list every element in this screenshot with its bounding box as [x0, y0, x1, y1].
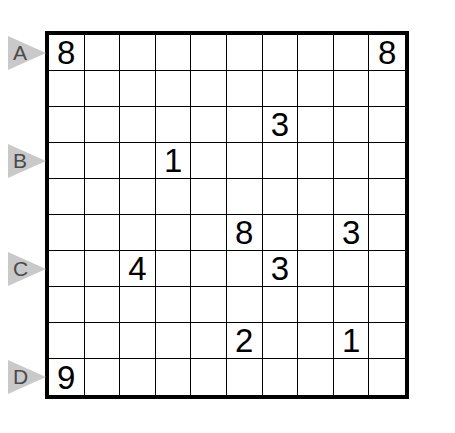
grid-cell-r3c6[interactable] [227, 107, 263, 143]
grid-cell-r6c7[interactable] [263, 215, 299, 251]
grid-cell-r10c6[interactable] [227, 359, 263, 395]
puzzle-page: 88318343219 ABCD [0, 0, 455, 433]
grid-cell-r8c9[interactable] [334, 287, 370, 323]
grid-cell-r1c3[interactable] [120, 35, 156, 71]
grid-cell-r8c5[interactable] [191, 287, 227, 323]
grid-cell-r1c9[interactable] [334, 35, 370, 71]
grid-cell-r8c7[interactable] [263, 287, 299, 323]
grid-cell-r7c5[interactable] [191, 251, 227, 287]
grid-cell-r8c2[interactable] [85, 287, 121, 323]
clue-cell-r3c7: 3 [263, 107, 299, 143]
clue-cell-r7c3: 4 [120, 251, 156, 287]
grid-cell-r7c4[interactable] [156, 251, 192, 287]
grid-cell-r1c4[interactable] [156, 35, 192, 71]
grid-cell-r5c2[interactable] [85, 179, 121, 215]
grid-cell-r4c8[interactable] [298, 143, 334, 179]
grid-cell-r8c1[interactable] [49, 287, 85, 323]
grid-cell-r8c8[interactable] [298, 287, 334, 323]
grid-cell-r6c5[interactable] [191, 215, 227, 251]
grid-cell-r6c1[interactable] [49, 215, 85, 251]
grid-cell-r5c9[interactable] [334, 179, 370, 215]
puzzle-board: 88318343219 [45, 31, 409, 399]
grid-cell-r9c10[interactable] [369, 323, 405, 359]
grid-cell-r5c1[interactable] [49, 179, 85, 215]
grid-cell-r2c10[interactable] [369, 71, 405, 107]
grid-cell-r1c7[interactable] [263, 35, 299, 71]
grid-cell-r2c6[interactable] [227, 71, 263, 107]
grid-cell-r3c5[interactable] [191, 107, 227, 143]
grid-cell-r5c7[interactable] [263, 179, 299, 215]
grid-cell-r3c2[interactable] [85, 107, 121, 143]
row-marker-label: D [13, 365, 28, 389]
row-marker-A: A [8, 36, 46, 70]
grid-cell-r3c9[interactable] [334, 107, 370, 143]
grid-cell-r2c2[interactable] [85, 71, 121, 107]
row-marker-label: B [13, 149, 27, 173]
grid-cell-r5c4[interactable] [156, 179, 192, 215]
grid-cell-r6c4[interactable] [156, 215, 192, 251]
grid-cell-r2c4[interactable] [156, 71, 192, 107]
grid-cell-r5c5[interactable] [191, 179, 227, 215]
grid-cell-r9c3[interactable] [120, 323, 156, 359]
grid-cell-r7c9[interactable] [334, 251, 370, 287]
grid-cell-r8c10[interactable] [369, 287, 405, 323]
grid-cell-r2c5[interactable] [191, 71, 227, 107]
row-marker-label: A [13, 41, 27, 65]
grid-cell-r6c3[interactable] [120, 215, 156, 251]
clue-cell-r6c6: 8 [227, 215, 263, 251]
row-marker-B: B [8, 144, 46, 178]
grid-cell-r10c9[interactable] [334, 359, 370, 395]
grid-cell-r2c1[interactable] [49, 71, 85, 107]
clue-cell-r1c10: 8 [369, 35, 405, 71]
grid-cell-r7c8[interactable] [298, 251, 334, 287]
grid-cell-r4c5[interactable] [191, 143, 227, 179]
grid-cell-r9c1[interactable] [49, 323, 85, 359]
grid-cell-r1c5[interactable] [191, 35, 227, 71]
grid-cell-r7c10[interactable] [369, 251, 405, 287]
clue-cell-r6c9: 3 [334, 215, 370, 251]
grid-cell-r7c1[interactable] [49, 251, 85, 287]
grid-cell-r1c6[interactable] [227, 35, 263, 71]
grid-cell-r4c9[interactable] [334, 143, 370, 179]
grid-cell-r5c8[interactable] [298, 179, 334, 215]
grid-cell-r3c1[interactable] [49, 107, 85, 143]
clue-cell-r7c7: 3 [263, 251, 299, 287]
grid-cell-r8c6[interactable] [227, 287, 263, 323]
grid-cell-r5c3[interactable] [120, 179, 156, 215]
grid-cell-r10c10[interactable] [369, 359, 405, 395]
grid-cell-r8c4[interactable] [156, 287, 192, 323]
grid-cell-r1c8[interactable] [298, 35, 334, 71]
grid-cell-r2c8[interactable] [298, 71, 334, 107]
clue-cell-r9c6: 2 [227, 323, 263, 359]
grid-cell-r4c2[interactable] [85, 143, 121, 179]
grid-cell-r5c6[interactable] [227, 179, 263, 215]
grid-cell-r10c7[interactable] [263, 359, 299, 395]
grid-cell-r9c4[interactable] [156, 323, 192, 359]
grid-cell-r3c10[interactable] [369, 107, 405, 143]
grid-cell-r7c2[interactable] [85, 251, 121, 287]
grid-cell-r9c8[interactable] [298, 323, 334, 359]
grid-cell-r4c10[interactable] [369, 143, 405, 179]
grid-cell-r4c1[interactable] [49, 143, 85, 179]
grid-cell-r6c10[interactable] [369, 215, 405, 251]
grid-cell-r5c10[interactable] [369, 179, 405, 215]
grid-cell-r7c6[interactable] [227, 251, 263, 287]
row-marker-C: C [8, 252, 46, 286]
grid-cell-r2c9[interactable] [334, 71, 370, 107]
grid-cell-r10c2[interactable] [85, 359, 121, 395]
grid-cell-r3c8[interactable] [298, 107, 334, 143]
grid-cell-r10c8[interactable] [298, 359, 334, 395]
grid-cell-r10c3[interactable] [120, 359, 156, 395]
grid-cell-r8c3[interactable] [120, 287, 156, 323]
row-marker-label: C [13, 257, 28, 281]
clue-cell-r4c4: 1 [156, 143, 192, 179]
grid-cell-r9c5[interactable] [191, 323, 227, 359]
grid-cell-r1c2[interactable] [85, 35, 121, 71]
grid-cell-r4c3[interactable] [120, 143, 156, 179]
grid-cell-r10c5[interactable] [191, 359, 227, 395]
grid-cell-r6c8[interactable] [298, 215, 334, 251]
grid-cell-r9c7[interactable] [263, 323, 299, 359]
clue-cell-r1c1: 8 [49, 35, 85, 71]
grid-cell-r2c3[interactable] [120, 71, 156, 107]
grid-cell-r9c2[interactable] [85, 323, 121, 359]
grid-cell-r6c2[interactable] [85, 215, 121, 251]
grid-cell-r3c3[interactable] [120, 107, 156, 143]
clue-cell-r9c9: 1 [334, 323, 370, 359]
grid-cell-r10c4[interactable] [156, 359, 192, 395]
clue-cell-r10c1: 9 [49, 359, 85, 395]
grid-cell-r4c7[interactable] [263, 143, 299, 179]
grid-cell-r2c7[interactable] [263, 71, 299, 107]
row-marker-D: D [8, 360, 46, 394]
grid-cell-r3c4[interactable] [156, 107, 192, 143]
grid-cell-r4c6[interactable] [227, 143, 263, 179]
